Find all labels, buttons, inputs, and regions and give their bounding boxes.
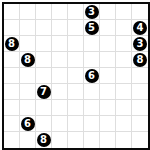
cell-r4c1[interactable] [20, 68, 36, 84]
cell-r6c4[interactable] [68, 100, 84, 116]
cell-r6c3[interactable] [52, 100, 68, 116]
cell-r2c8: 3 [132, 36, 148, 52]
cell-r6c0[interactable] [4, 100, 20, 116]
puzzle-board: 35483886768 [2, 2, 150, 150]
cell-r6c1[interactable] [20, 100, 36, 116]
cell-r3c2[interactable] [36, 52, 52, 68]
cell-r5c1[interactable] [20, 84, 36, 100]
clue-circle-6: 6 [21, 117, 35, 131]
cell-r8c5[interactable] [84, 132, 100, 148]
cell-r8c3[interactable] [52, 132, 68, 148]
cell-r2c7[interactable] [116, 36, 132, 52]
cell-r2c0: 8 [4, 36, 20, 52]
cell-r3c5[interactable] [84, 52, 100, 68]
cell-r2c1[interactable] [20, 36, 36, 52]
cell-r8c6[interactable] [100, 132, 116, 148]
clue-circle-7: 7 [37, 85, 51, 99]
cell-r8c1[interactable] [20, 132, 36, 148]
cell-r0c2[interactable] [36, 4, 52, 20]
clue-circle-3: 3 [133, 37, 147, 51]
cell-r1c7[interactable] [116, 20, 132, 36]
cell-r0c0[interactable] [4, 4, 20, 20]
cell-r2c2[interactable] [36, 36, 52, 52]
cell-r6c2[interactable] [36, 100, 52, 116]
cell-r2c6[interactable] [100, 36, 116, 52]
cell-r5c3[interactable] [52, 84, 68, 100]
cell-r3c6[interactable] [100, 52, 116, 68]
cell-r0c1[interactable] [20, 4, 36, 20]
cell-r0c3[interactable] [52, 4, 68, 20]
cell-r4c5: 6 [84, 68, 100, 84]
cell-r1c2[interactable] [36, 20, 52, 36]
cell-r6c6[interactable] [100, 100, 116, 116]
cell-r3c8: 8 [132, 52, 148, 68]
cell-r1c8: 4 [132, 20, 148, 36]
cell-r6c5[interactable] [84, 100, 100, 116]
cell-r6c7[interactable] [116, 100, 132, 116]
cell-r4c0[interactable] [4, 68, 20, 84]
cell-r5c6[interactable] [100, 84, 116, 100]
puzzle-board-container: 35483886768 [2, 2, 150, 150]
cell-r7c6[interactable] [100, 116, 116, 132]
clue-circle-8: 8 [5, 37, 19, 51]
cell-r5c8[interactable] [132, 84, 148, 100]
cell-r2c5[interactable] [84, 36, 100, 52]
cell-r5c5[interactable] [84, 84, 100, 100]
clue-circle-3: 3 [85, 5, 99, 19]
clue-circle-8: 8 [37, 133, 51, 147]
cell-r5c7[interactable] [116, 84, 132, 100]
cell-r7c4[interactable] [68, 116, 84, 132]
cell-r4c3[interactable] [52, 68, 68, 84]
cell-r0c7[interactable] [116, 4, 132, 20]
cell-r7c0[interactable] [4, 116, 20, 132]
cell-r5c4[interactable] [68, 84, 84, 100]
cell-r8c0[interactable] [4, 132, 20, 148]
cell-r7c1: 6 [20, 116, 36, 132]
cell-r5c2: 7 [36, 84, 52, 100]
cell-r8c7[interactable] [116, 132, 132, 148]
cell-r0c8[interactable] [132, 4, 148, 20]
cell-r7c8[interactable] [132, 116, 148, 132]
cell-r2c4[interactable] [68, 36, 84, 52]
cell-r3c1: 8 [20, 52, 36, 68]
cell-r1c1[interactable] [20, 20, 36, 36]
cell-r3c4[interactable] [68, 52, 84, 68]
cell-r7c7[interactable] [116, 116, 132, 132]
clue-circle-8: 8 [133, 53, 147, 67]
clue-circle-8: 8 [21, 53, 35, 67]
cell-r6c8[interactable] [132, 100, 148, 116]
cell-r1c6[interactable] [100, 20, 116, 36]
clue-circle-4: 4 [133, 21, 147, 35]
cell-r8c4[interactable] [68, 132, 84, 148]
cell-r8c2: 8 [36, 132, 52, 148]
cell-r2c3[interactable] [52, 36, 68, 52]
clue-circle-6: 6 [85, 69, 99, 83]
cell-r4c8[interactable] [132, 68, 148, 84]
cell-r3c0[interactable] [4, 52, 20, 68]
cell-r3c7[interactable] [116, 52, 132, 68]
cell-r0c6[interactable] [100, 4, 116, 20]
cell-r1c4[interactable] [68, 20, 84, 36]
cell-r1c3[interactable] [52, 20, 68, 36]
cell-r0c5: 3 [84, 4, 100, 20]
cell-r3c3[interactable] [52, 52, 68, 68]
cell-r4c2[interactable] [36, 68, 52, 84]
cell-r4c7[interactable] [116, 68, 132, 84]
cell-r1c5: 5 [84, 20, 100, 36]
cell-r7c3[interactable] [52, 116, 68, 132]
cell-r1c0[interactable] [4, 20, 20, 36]
cell-r0c4[interactable] [68, 4, 84, 20]
cell-r4c4[interactable] [68, 68, 84, 84]
clue-circle-5: 5 [85, 21, 99, 35]
cell-r8c8[interactable] [132, 132, 148, 148]
cell-r7c5[interactable] [84, 116, 100, 132]
cell-r7c2[interactable] [36, 116, 52, 132]
cell-r4c6[interactable] [100, 68, 116, 84]
cell-r5c0[interactable] [4, 84, 20, 100]
